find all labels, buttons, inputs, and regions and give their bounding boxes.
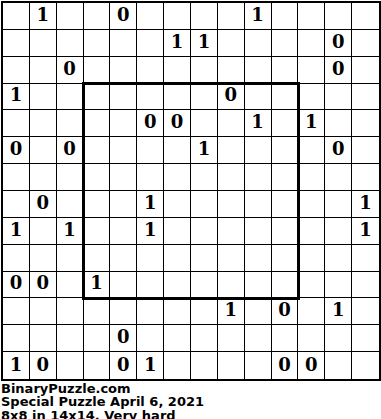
cell-r10c4[interactable] <box>110 272 137 299</box>
cell-r0c6[interactable] <box>164 3 191 30</box>
cell-r2c11[interactable] <box>298 57 325 84</box>
cell-r3c3[interactable] <box>84 84 111 111</box>
cell-r4c5: 0 <box>137 110 164 137</box>
cell-r9c0[interactable] <box>3 245 30 272</box>
cell-r3c8: 0 <box>218 84 245 111</box>
caption-puzzle-spec: 8x8 in 14x14, Very hard <box>1 409 381 419</box>
cell-r13c7[interactable] <box>191 352 218 379</box>
cell-r6c5[interactable] <box>137 164 164 191</box>
cell-r0c4: 0 <box>110 3 137 30</box>
cell-r11c12: 1 <box>325 298 352 325</box>
cell-r10c5[interactable] <box>137 272 164 299</box>
cell-r9c8[interactable] <box>218 245 245 272</box>
cell-r13c6[interactable] <box>164 352 191 379</box>
cell-r9c5[interactable] <box>137 245 164 272</box>
cell-r6c1[interactable] <box>30 164 57 191</box>
cell-r12c6[interactable] <box>164 325 191 352</box>
cell-r3c2[interactable] <box>57 84 84 111</box>
cell-r2c4[interactable] <box>110 57 137 84</box>
puzzle-board: 10111000100011001001111110011010100100 <box>1 1 381 381</box>
cell-r8c8[interactable] <box>218 218 245 245</box>
cell-r12c11[interactable] <box>298 325 325 352</box>
cell-r5c6[interactable] <box>164 137 191 164</box>
cell-r4c3[interactable] <box>84 110 111 137</box>
cell-r10c6[interactable] <box>164 272 191 299</box>
cell-r9c10[interactable] <box>272 245 299 272</box>
cell-r6c3[interactable] <box>84 164 111 191</box>
cell-r7c6[interactable] <box>164 191 191 218</box>
cell-r10c10[interactable] <box>272 272 299 299</box>
caption-site-name: BinaryPuzzle.com <box>1 382 381 395</box>
cell-r4c9: 1 <box>245 110 272 137</box>
cell-r0c13[interactable] <box>352 3 379 30</box>
cell-r9c6[interactable] <box>164 245 191 272</box>
cell-r1c6: 1 <box>164 30 191 57</box>
cell-r4c11: 1 <box>298 110 325 137</box>
cell-r1c9[interactable] <box>245 30 272 57</box>
cell-r6c11[interactable] <box>298 164 325 191</box>
cell-r8c10[interactable] <box>272 218 299 245</box>
cell-r11c7[interactable] <box>191 298 218 325</box>
cell-r10c13[interactable] <box>352 272 379 299</box>
cell-r8c0: 1 <box>3 218 30 245</box>
cell-r12c5[interactable] <box>137 325 164 352</box>
cell-r7c1: 0 <box>30 191 57 218</box>
cell-r10c9[interactable] <box>245 272 272 299</box>
cell-r8c13: 1 <box>352 218 379 245</box>
cell-r13c0: 1 <box>3 352 30 379</box>
cell-r8c3[interactable] <box>84 218 111 245</box>
cell-r9c11[interactable] <box>298 245 325 272</box>
cell-r5c12: 0 <box>325 137 352 164</box>
cell-r11c5[interactable] <box>137 298 164 325</box>
cell-r9c4[interactable] <box>110 245 137 272</box>
cell-r4c10[interactable] <box>272 110 299 137</box>
cell-r1c4[interactable] <box>110 30 137 57</box>
cell-r0c0[interactable] <box>3 3 30 30</box>
cell-r0c7[interactable] <box>191 3 218 30</box>
cell-r5c1[interactable] <box>30 137 57 164</box>
cell-r13c2[interactable] <box>57 352 84 379</box>
cell-r2c8[interactable] <box>218 57 245 84</box>
cell-r13c9[interactable] <box>245 352 272 379</box>
cell-r8c5: 1 <box>137 218 164 245</box>
cell-r5c0: 0 <box>3 137 30 164</box>
cell-r0c2[interactable] <box>57 3 84 30</box>
cell-r4c8[interactable] <box>218 110 245 137</box>
cell-r3c5[interactable] <box>137 84 164 111</box>
cell-r9c2[interactable] <box>57 245 84 272</box>
cell-r2c5[interactable] <box>137 57 164 84</box>
cell-r1c8[interactable] <box>218 30 245 57</box>
cell-r11c8: 1 <box>218 298 245 325</box>
cell-r8c7[interactable] <box>191 218 218 245</box>
cell-r5c10[interactable] <box>272 137 299 164</box>
cell-r6c10[interactable] <box>272 164 299 191</box>
cell-r12c4: 0 <box>110 325 137 352</box>
cell-r7c13: 1 <box>352 191 379 218</box>
cell-r5c9[interactable] <box>245 137 272 164</box>
cell-r11c1[interactable] <box>30 298 57 325</box>
cell-r3c6[interactable] <box>164 84 191 111</box>
cell-r1c7: 1 <box>191 30 218 57</box>
cell-r7c8[interactable] <box>218 191 245 218</box>
cell-r8c6[interactable] <box>164 218 191 245</box>
cell-r0c9: 1 <box>245 3 272 30</box>
cell-r3c4[interactable] <box>110 84 137 111</box>
cell-r2c10[interactable] <box>272 57 299 84</box>
cell-r11c3[interactable] <box>84 298 111 325</box>
cell-r6c12[interactable] <box>325 164 352 191</box>
cell-r3c7[interactable] <box>191 84 218 111</box>
cell-r3c13[interactable] <box>352 84 379 111</box>
cell-r5c8[interactable] <box>218 137 245 164</box>
cell-r10c7[interactable] <box>191 272 218 299</box>
cell-r1c11[interactable] <box>298 30 325 57</box>
cell-r9c12[interactable] <box>325 245 352 272</box>
cell-r13c10: 0 <box>272 352 299 379</box>
cell-r3c10[interactable] <box>272 84 299 111</box>
cell-r7c11[interactable] <box>298 191 325 218</box>
cell-r7c10[interactable] <box>272 191 299 218</box>
cell-r7c7[interactable] <box>191 191 218 218</box>
cell-r9c1[interactable] <box>30 245 57 272</box>
cell-r13c13[interactable] <box>352 352 379 379</box>
cell-r6c2[interactable] <box>57 164 84 191</box>
cell-r2c12: 0 <box>325 57 352 84</box>
cell-r10c1: 0 <box>30 272 57 299</box>
cell-r11c11[interactable] <box>298 298 325 325</box>
cell-r0c11[interactable] <box>298 3 325 30</box>
cell-r1c3[interactable] <box>84 30 111 57</box>
cell-r3c1[interactable] <box>30 84 57 111</box>
cell-r13c4: 0 <box>110 352 137 379</box>
cell-r12c9[interactable] <box>245 325 272 352</box>
cell-r12c3[interactable] <box>84 325 111 352</box>
cell-r0c3[interactable] <box>84 3 111 30</box>
puzzle-grid: 10111000100011001001111110011010100100 <box>3 3 379 379</box>
cell-r13c3[interactable] <box>84 352 111 379</box>
cell-r7c4[interactable] <box>110 191 137 218</box>
cell-r11c2[interactable] <box>57 298 84 325</box>
cell-r2c1[interactable] <box>30 57 57 84</box>
cell-r8c1[interactable] <box>30 218 57 245</box>
cell-r12c13[interactable] <box>352 325 379 352</box>
cell-r0c8[interactable] <box>218 3 245 30</box>
cell-r3c12[interactable] <box>325 84 352 111</box>
cell-r12c0[interactable] <box>3 325 30 352</box>
cell-r12c10[interactable] <box>272 325 299 352</box>
cell-r8c11[interactable] <box>298 218 325 245</box>
cell-r13c12[interactable] <box>325 352 352 379</box>
cell-r4c0[interactable] <box>3 110 30 137</box>
cell-r13c5: 1 <box>137 352 164 379</box>
cell-r7c9[interactable] <box>245 191 272 218</box>
cell-r10c11[interactable] <box>298 272 325 299</box>
cell-r3c0: 1 <box>3 84 30 111</box>
cell-r5c5[interactable] <box>137 137 164 164</box>
cell-r4c4[interactable] <box>110 110 137 137</box>
cell-r1c13[interactable] <box>352 30 379 57</box>
cell-r12c2[interactable] <box>57 325 84 352</box>
cell-r6c6[interactable] <box>164 164 191 191</box>
cell-r5c2: 0 <box>57 137 84 164</box>
cell-r2c0[interactable] <box>3 57 30 84</box>
cell-r6c7[interactable] <box>191 164 218 191</box>
cell-r6c13[interactable] <box>352 164 379 191</box>
cell-r9c13[interactable] <box>352 245 379 272</box>
cell-r4c6: 0 <box>164 110 191 137</box>
cell-r13c1: 0 <box>30 352 57 379</box>
cell-r9c9[interactable] <box>245 245 272 272</box>
cell-r4c13[interactable] <box>352 110 379 137</box>
cell-r9c3[interactable] <box>84 245 111 272</box>
cell-r1c12: 0 <box>325 30 352 57</box>
caption-puzzle-title: Special Puzzle April 6, 2021 <box>1 395 381 408</box>
cell-r3c11[interactable] <box>298 84 325 111</box>
cell-r0c12[interactable] <box>325 3 352 30</box>
cell-r6c8[interactable] <box>218 164 245 191</box>
cell-r6c0[interactable] <box>3 164 30 191</box>
cell-r1c1[interactable] <box>30 30 57 57</box>
cell-r6c9[interactable] <box>245 164 272 191</box>
cell-r13c8[interactable] <box>218 352 245 379</box>
cell-r1c2[interactable] <box>57 30 84 57</box>
cell-r0c10[interactable] <box>272 3 299 30</box>
cell-r10c3: 1 <box>84 272 111 299</box>
cell-r12c7[interactable] <box>191 325 218 352</box>
cell-r7c2[interactable] <box>57 191 84 218</box>
cell-r5c4[interactable] <box>110 137 137 164</box>
cell-r5c7: 1 <box>191 137 218 164</box>
cell-r12c1[interactable] <box>30 325 57 352</box>
cell-r10c0: 0 <box>3 272 30 299</box>
cell-r4c1[interactable] <box>30 110 57 137</box>
cell-r12c8[interactable] <box>218 325 245 352</box>
cell-r8c2: 1 <box>57 218 84 245</box>
cell-r3c9[interactable] <box>245 84 272 111</box>
cell-r2c7[interactable] <box>191 57 218 84</box>
cell-r0c5[interactable] <box>137 3 164 30</box>
cell-r11c9[interactable] <box>245 298 272 325</box>
cell-r4c7[interactable] <box>191 110 218 137</box>
cell-r4c12[interactable] <box>325 110 352 137</box>
cell-r2c2: 0 <box>57 57 84 84</box>
cell-r5c13[interactable] <box>352 137 379 164</box>
cell-r1c0[interactable] <box>3 30 30 57</box>
cell-r12c12[interactable] <box>325 325 352 352</box>
cell-r4c2[interactable] <box>57 110 84 137</box>
cell-r8c12[interactable] <box>325 218 352 245</box>
cell-r13c11: 0 <box>298 352 325 379</box>
cell-r1c5[interactable] <box>137 30 164 57</box>
cell-r7c3[interactable] <box>84 191 111 218</box>
cell-r6c4[interactable] <box>110 164 137 191</box>
cell-r11c0[interactable] <box>3 298 30 325</box>
cell-r10c8[interactable] <box>218 272 245 299</box>
cell-r2c3[interactable] <box>84 57 111 84</box>
cell-r7c12[interactable] <box>325 191 352 218</box>
cell-r7c5: 1 <box>137 191 164 218</box>
cell-r9c7[interactable] <box>191 245 218 272</box>
cell-r0c1: 1 <box>30 3 57 30</box>
cell-r11c4[interactable] <box>110 298 137 325</box>
cell-r5c11[interactable] <box>298 137 325 164</box>
cell-r11c6[interactable] <box>164 298 191 325</box>
cell-r11c10: 0 <box>272 298 299 325</box>
cell-r2c6[interactable] <box>164 57 191 84</box>
cell-r2c9[interactable] <box>245 57 272 84</box>
cell-r1c10[interactable] <box>272 30 299 57</box>
cell-r2c13[interactable] <box>352 57 379 84</box>
cell-r7c0[interactable] <box>3 191 30 218</box>
cell-r10c12[interactable] <box>325 272 352 299</box>
cell-r8c4[interactable] <box>110 218 137 245</box>
cell-r8c9[interactable] <box>245 218 272 245</box>
cell-r11c13[interactable] <box>352 298 379 325</box>
cell-r10c2[interactable] <box>57 272 84 299</box>
caption: BinaryPuzzle.com Special Puzzle April 6,… <box>1 382 381 419</box>
cell-r5c3[interactable] <box>84 137 111 164</box>
